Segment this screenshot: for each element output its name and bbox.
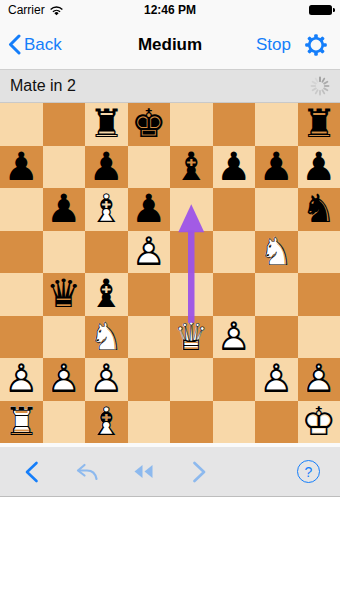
square-e5[interactable] (170, 231, 213, 274)
square-h6[interactable]: ♞ (298, 188, 340, 231)
square-a2[interactable]: ♟♙ (0, 358, 43, 401)
white-pawn[interactable]: ♟♙ (213, 316, 256, 359)
square-h8[interactable]: ♜ (298, 103, 340, 146)
square-h2[interactable]: ♟♙ (298, 358, 340, 401)
square-b8[interactable] (43, 103, 86, 146)
black-pawn[interactable]: ♟ (128, 188, 171, 231)
square-g8[interactable] (255, 103, 298, 146)
square-d1[interactable] (128, 401, 171, 444)
undo-arrow-icon (75, 462, 99, 482)
status-bar: Carrier 12:46 PM (0, 0, 340, 20)
square-c8[interactable]: ♜ (85, 103, 128, 146)
square-h1[interactable]: ♚♔ (298, 401, 340, 444)
square-a5[interactable] (0, 231, 43, 274)
loading-spinner-icon (310, 76, 330, 96)
square-e6[interactable] (170, 188, 213, 231)
rewind-icon (133, 464, 154, 479)
square-c3[interactable]: ♞♘ (85, 316, 128, 359)
stop-button[interactable]: Stop (256, 35, 291, 55)
square-d4[interactable] (128, 273, 171, 316)
square-f2[interactable] (213, 358, 256, 401)
square-h4[interactable] (298, 273, 340, 316)
square-e4[interactable] (170, 273, 213, 316)
black-pawn[interactable]: ♟ (0, 146, 43, 189)
square-b5[interactable] (43, 231, 86, 274)
app-window: Carrier 12:46 PM Back Medium Stop (0, 0, 340, 604)
black-rook[interactable]: ♜ (85, 103, 128, 146)
square-c7[interactable]: ♟ (85, 146, 128, 189)
square-g1[interactable] (255, 401, 298, 444)
square-d2[interactable] (128, 358, 171, 401)
puzzle-label: Mate in 2 (10, 77, 76, 95)
square-a6[interactable] (0, 188, 43, 231)
square-e8[interactable] (170, 103, 213, 146)
square-d6[interactable]: ♟ (128, 188, 171, 231)
square-f4[interactable] (213, 273, 256, 316)
square-g7[interactable]: ♟ (255, 146, 298, 189)
square-d3[interactable] (128, 316, 171, 359)
white-pawn[interactable]: ♟♙ (43, 358, 86, 401)
board-area: ♜♚♜♟♟♝♟♟♟♟♝♗♟♞♟♙♞♘♛♝♞♘♛♕♟♙♟♙♟♙♟♙♟♙♟♙♜♖♝♗… (0, 103, 340, 443)
navigation-bar: Back Medium Stop (0, 20, 340, 70)
white-bishop[interactable]: ♝♗ (85, 188, 128, 231)
white-rook[interactable]: ♜♖ (0, 401, 43, 444)
square-c4[interactable]: ♝ (85, 273, 128, 316)
square-a7[interactable]: ♟ (0, 146, 43, 189)
black-bishop[interactable]: ♝ (85, 273, 128, 316)
chess-board[interactable]: ♜♚♜♟♟♝♟♟♟♟♝♗♟♞♟♙♞♘♛♝♞♘♛♕♟♙♟♙♟♙♟♙♟♙♟♙♜♖♝♗… (0, 103, 340, 443)
black-pawn[interactable]: ♟ (298, 146, 340, 189)
white-pawn[interactable]: ♟♙ (0, 358, 43, 401)
square-f8[interactable] (213, 103, 256, 146)
white-queen[interactable]: ♛♕ (170, 316, 213, 359)
black-king[interactable]: ♚ (128, 103, 171, 146)
fast-rewind-button[interactable] (130, 459, 156, 485)
white-bishop[interactable]: ♝♗ (85, 401, 128, 444)
square-f6[interactable] (213, 188, 256, 231)
black-pawn[interactable]: ♟ (255, 146, 298, 189)
square-h7[interactable]: ♟ (298, 146, 340, 189)
square-a4[interactable] (0, 273, 43, 316)
square-d5[interactable]: ♟♙ (128, 231, 171, 274)
chevron-right-icon (192, 461, 207, 483)
black-bishop[interactable]: ♝ (170, 146, 213, 189)
empty-area (0, 497, 340, 603)
white-pawn[interactable]: ♟♙ (298, 358, 340, 401)
square-b4[interactable]: ♛ (43, 273, 86, 316)
black-rook[interactable]: ♜ (298, 103, 340, 146)
square-a3[interactable] (0, 316, 43, 359)
settings-gear-button[interactable] (304, 33, 328, 57)
square-g4[interactable] (255, 273, 298, 316)
square-g3[interactable] (255, 316, 298, 359)
next-move-button[interactable] (186, 459, 212, 485)
white-king[interactable]: ♚♔ (298, 401, 340, 444)
square-e1[interactable] (170, 401, 213, 444)
square-d7[interactable] (128, 146, 171, 189)
bottom-toolbar: ? (0, 447, 340, 497)
square-e2[interactable] (170, 358, 213, 401)
square-g5[interactable]: ♞♘ (255, 231, 298, 274)
square-f3[interactable]: ♟♙ (213, 316, 256, 359)
square-c1[interactable]: ♝♗ (85, 401, 128, 444)
white-pawn[interactable]: ♟♙ (255, 358, 298, 401)
square-a1[interactable]: ♜♖ (0, 401, 43, 444)
white-pawn[interactable]: ♟♙ (85, 358, 128, 401)
square-f7[interactable]: ♟ (213, 146, 256, 189)
square-e7[interactable]: ♝ (170, 146, 213, 189)
square-h3[interactable] (298, 316, 340, 359)
square-b1[interactable] (43, 401, 86, 444)
black-pawn[interactable]: ♟ (213, 146, 256, 189)
black-pawn[interactable]: ♟ (43, 188, 86, 231)
white-knight[interactable]: ♞♘ (85, 316, 128, 359)
square-e3[interactable]: ♛♕ (170, 316, 213, 359)
prev-move-button[interactable] (18, 459, 44, 485)
battery-icon (309, 5, 332, 15)
clock: 12:46 PM (0, 3, 340, 17)
square-h5[interactable] (298, 231, 340, 274)
question-mark-icon: ? (305, 464, 313, 480)
black-queen[interactable]: ♛ (43, 273, 86, 316)
chevron-left-icon (24, 461, 39, 483)
help-button[interactable]: ? (297, 460, 320, 483)
puzzle-status-bar: Mate in 2 (0, 70, 340, 103)
square-b2[interactable]: ♟♙ (43, 358, 86, 401)
square-b3[interactable] (43, 316, 86, 359)
square-c6[interactable]: ♝♗ (85, 188, 128, 231)
square-c5[interactable] (85, 231, 128, 274)
white-pawn[interactable]: ♟♙ (128, 231, 171, 274)
square-g6[interactable] (255, 188, 298, 231)
black-pawn[interactable]: ♟ (85, 146, 128, 189)
black-knight[interactable]: ♞ (298, 188, 340, 231)
undo-button[interactable] (74, 459, 100, 485)
square-a8[interactable] (0, 103, 43, 146)
square-d8[interactable]: ♚ (128, 103, 171, 146)
square-f5[interactable] (213, 231, 256, 274)
square-f1[interactable] (213, 401, 256, 444)
square-c2[interactable]: ♟♙ (85, 358, 128, 401)
square-b7[interactable] (43, 146, 86, 189)
square-b6[interactable]: ♟ (43, 188, 86, 231)
white-knight[interactable]: ♞♘ (255, 231, 298, 274)
square-g2[interactable]: ♟♙ (255, 358, 298, 401)
